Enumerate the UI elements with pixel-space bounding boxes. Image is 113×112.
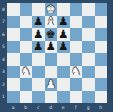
square-f2[interactable] xyxy=(70,78,83,91)
square-b1[interactable] xyxy=(20,91,33,104)
square-b6[interactable] xyxy=(20,28,33,41)
square-g8[interactable] xyxy=(82,3,95,16)
file-label-c: c xyxy=(32,105,45,110)
square-c7[interactable]: ♟ xyxy=(32,16,45,29)
square-e8[interactable] xyxy=(57,3,70,16)
white-pawn-d2[interactable]: ♟ xyxy=(46,78,56,90)
square-d1[interactable] xyxy=(45,91,58,104)
chess-board: ♚♟♝♟♟♚♟♟♟♟♞♞♟ xyxy=(7,3,107,103)
white-bishop-d7[interactable]: ♝ xyxy=(46,16,56,28)
black-pawn-d5[interactable]: ♟ xyxy=(46,41,56,53)
square-f6[interactable] xyxy=(70,28,83,41)
square-c6[interactable]: ♟ xyxy=(32,28,45,41)
square-h5[interactable] xyxy=(95,41,108,54)
white-king-d8[interactable]: ♚ xyxy=(46,3,56,15)
square-g2[interactable] xyxy=(82,78,95,91)
square-f3[interactable]: ♞ xyxy=(70,66,83,79)
square-g7[interactable] xyxy=(82,16,95,29)
square-e1[interactable] xyxy=(57,91,70,104)
chess-diagram: ♚♟♝♟♟♚♟♟♟♟♞♞♟ 87654321 abcdefgh xyxy=(0,0,113,112)
square-g5[interactable] xyxy=(82,41,95,54)
square-d7[interactable]: ♝ xyxy=(45,16,58,29)
square-e5[interactable]: ♟ xyxy=(57,41,70,54)
square-a4[interactable] xyxy=(7,53,20,66)
file-label-g: g xyxy=(82,105,95,110)
square-h2[interactable] xyxy=(95,78,108,91)
square-d8[interactable]: ♚ xyxy=(45,3,58,16)
white-knight-b3[interactable]: ♞ xyxy=(21,66,31,78)
square-f1[interactable] xyxy=(70,91,83,104)
square-f8[interactable] xyxy=(70,3,83,16)
black-king-d6[interactable]: ♚ xyxy=(46,28,56,40)
black-pawn-e7[interactable]: ♟ xyxy=(58,16,68,28)
square-a5[interactable] xyxy=(7,41,20,54)
square-e3[interactable] xyxy=(57,66,70,79)
black-pawn-c7[interactable]: ♟ xyxy=(33,16,43,28)
rank-label-6: 6 xyxy=(0,32,7,37)
square-f4[interactable] xyxy=(70,53,83,66)
rank-label-5: 5 xyxy=(0,44,7,49)
square-e6[interactable]: ♟ xyxy=(57,28,70,41)
square-h8[interactable] xyxy=(95,3,108,16)
square-b5[interactable] xyxy=(20,41,33,54)
square-d5[interactable]: ♟ xyxy=(45,41,58,54)
rank-label-3: 3 xyxy=(0,69,7,74)
square-a1[interactable] xyxy=(7,91,20,104)
square-h4[interactable] xyxy=(95,53,108,66)
square-b3[interactable]: ♞ xyxy=(20,66,33,79)
square-d2[interactable]: ♟ xyxy=(45,78,58,91)
rank-label-1: 1 xyxy=(0,94,7,99)
square-a2[interactable] xyxy=(7,78,20,91)
file-label-a: a xyxy=(7,105,20,110)
square-g4[interactable] xyxy=(82,53,95,66)
square-h7[interactable] xyxy=(95,16,108,29)
square-a8[interactable] xyxy=(7,3,20,16)
square-b8[interactable] xyxy=(20,3,33,16)
square-d6[interactable]: ♚ xyxy=(45,28,58,41)
square-h1[interactable] xyxy=(95,91,108,104)
square-d4[interactable] xyxy=(45,53,58,66)
square-d3[interactable] xyxy=(45,66,58,79)
file-label-e: e xyxy=(57,105,70,110)
square-c3[interactable] xyxy=(32,66,45,79)
file-label-d: d xyxy=(45,105,58,110)
square-h6[interactable] xyxy=(95,28,108,41)
square-e2[interactable] xyxy=(57,78,70,91)
rank-label-8: 8 xyxy=(0,7,7,12)
square-e4[interactable] xyxy=(57,53,70,66)
file-label-b: b xyxy=(20,105,33,110)
square-f5[interactable] xyxy=(70,41,83,54)
black-pawn-e5[interactable]: ♟ xyxy=(58,41,68,53)
square-f7[interactable] xyxy=(70,16,83,29)
square-c8[interactable] xyxy=(32,3,45,16)
square-a6[interactable] xyxy=(7,28,20,41)
file-label-f: f xyxy=(70,105,83,110)
square-b2[interactable] xyxy=(20,78,33,91)
rank-label-4: 4 xyxy=(0,57,7,62)
square-g3[interactable] xyxy=(82,66,95,79)
square-c4[interactable] xyxy=(32,53,45,66)
rank-label-2: 2 xyxy=(0,82,7,87)
square-c5[interactable]: ♟ xyxy=(32,41,45,54)
white-knight-f3[interactable]: ♞ xyxy=(71,66,81,78)
square-b4[interactable] xyxy=(20,53,33,66)
square-b7[interactable] xyxy=(20,16,33,29)
square-a7[interactable] xyxy=(7,16,20,29)
square-a3[interactable] xyxy=(7,66,20,79)
square-c1[interactable] xyxy=(32,91,45,104)
black-pawn-c6[interactable]: ♟ xyxy=(33,28,43,40)
square-g6[interactable] xyxy=(82,28,95,41)
square-h3[interactable] xyxy=(95,66,108,79)
black-pawn-c5[interactable]: ♟ xyxy=(33,41,43,53)
square-e7[interactable]: ♟ xyxy=(57,16,70,29)
square-c2[interactable] xyxy=(32,78,45,91)
black-pawn-e6[interactable]: ♟ xyxy=(58,28,68,40)
rank-label-7: 7 xyxy=(0,19,7,24)
square-g1[interactable] xyxy=(82,91,95,104)
file-label-h: h xyxy=(95,105,108,110)
